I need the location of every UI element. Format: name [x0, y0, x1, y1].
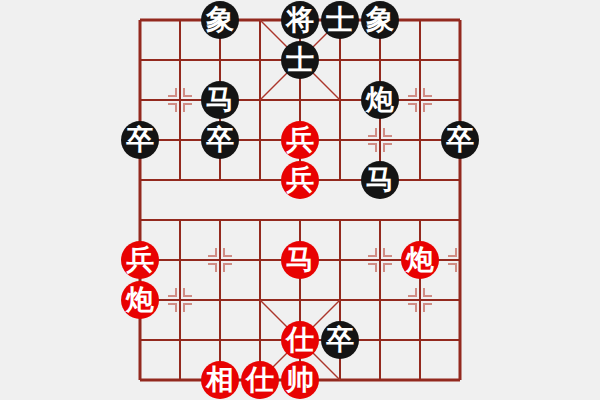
pieces-layer: 象将士象士马炮卒卒兵卒兵马兵马炮炮仕卒相仕帅 [120, 0, 480, 400]
piece-red-horse[interactable]: 马 [281, 241, 319, 279]
piece-black-soldier[interactable]: 卒 [121, 121, 159, 159]
piece-red-soldier[interactable]: 兵 [281, 161, 319, 199]
piece-black-advisor[interactable]: 士 [321, 1, 359, 39]
piece-black-horse[interactable]: 马 [361, 161, 399, 199]
piece-red-advisor[interactable]: 仕 [281, 321, 319, 359]
piece-black-elephant[interactable]: 象 [361, 1, 399, 39]
piece-red-general[interactable]: 帅 [281, 361, 319, 399]
piece-black-horse[interactable]: 马 [201, 81, 239, 119]
piece-black-advisor[interactable]: 士 [281, 41, 319, 79]
piece-black-soldier[interactable]: 卒 [321, 321, 359, 359]
piece-black-cannon[interactable]: 炮 [361, 81, 399, 119]
piece-black-general[interactable]: 将 [281, 1, 319, 39]
piece-red-advisor[interactable]: 仕 [241, 361, 279, 399]
piece-red-elephant[interactable]: 相 [201, 361, 239, 399]
piece-red-soldier[interactable]: 兵 [281, 121, 319, 159]
piece-black-elephant[interactable]: 象 [201, 1, 239, 39]
piece-red-cannon[interactable]: 炮 [401, 241, 439, 279]
piece-black-soldier[interactable]: 卒 [201, 121, 239, 159]
piece-red-cannon[interactable]: 炮 [121, 281, 159, 319]
piece-black-soldier[interactable]: 卒 [441, 121, 479, 159]
piece-red-soldier[interactable]: 兵 [121, 241, 159, 279]
xiangqi-board[interactable]: 象将士象士马炮卒卒兵卒兵马兵马炮炮仕卒相仕帅 [0, 0, 600, 400]
